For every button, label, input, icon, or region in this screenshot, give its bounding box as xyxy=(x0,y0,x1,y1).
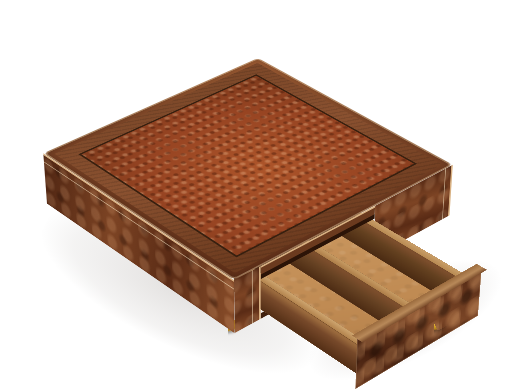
product-photo-stage xyxy=(0,0,519,390)
scene xyxy=(0,0,519,390)
chess-box xyxy=(43,58,453,280)
